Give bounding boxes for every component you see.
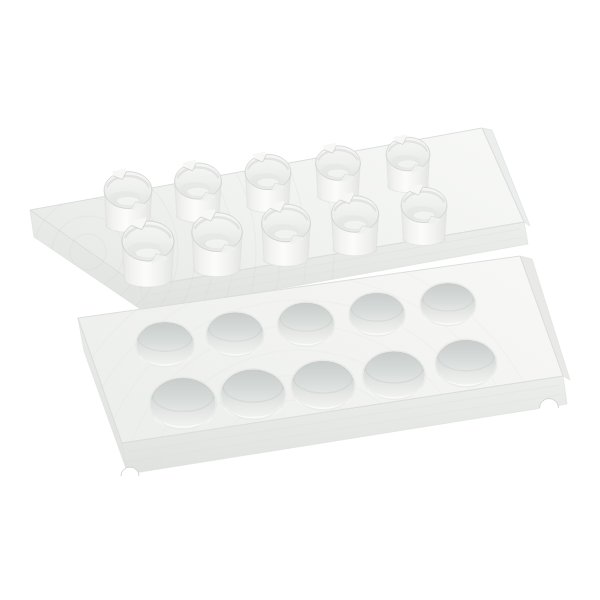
- cup-back-4: [316, 143, 361, 203]
- cup-back-5: [386, 134, 430, 192]
- cup-front-1: [122, 218, 174, 288]
- hole-back-5: [420, 282, 476, 325]
- cup-front-3: [262, 201, 311, 266]
- hole-front-5: [435, 339, 497, 387]
- hole-front-2: [220, 369, 286, 420]
- hole-back-4: [349, 292, 406, 336]
- cup-front-2: [192, 209, 242, 276]
- hole-back-1: [136, 321, 195, 366]
- scene-canvas: [0, 0, 600, 600]
- product-photo: [0, 0, 600, 600]
- hole-front-3: [291, 360, 355, 410]
- cup-front-5: [401, 184, 447, 245]
- hole-back-3: [277, 302, 334, 346]
- hole-front-4: [363, 351, 426, 400]
- hole-front-1: [150, 377, 217, 429]
- hole-back-2: [206, 312, 264, 357]
- lower-tray: [45, 250, 570, 600]
- cup-front-4: [331, 193, 378, 256]
